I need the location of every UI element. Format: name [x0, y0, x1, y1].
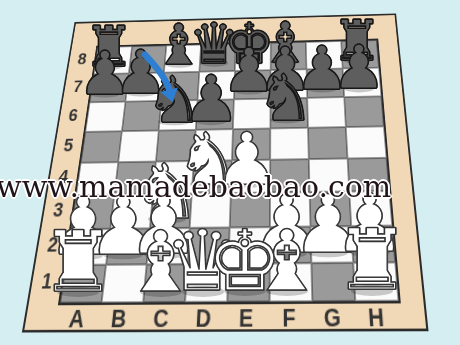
rank-label-5: 5: [56, 135, 80, 157]
piece-white-rook-h1[interactable]: ♜: [335, 219, 410, 303]
rank-label-6: 6: [61, 105, 85, 126]
scene: 87654321ABCDEFGH ♜♝♛♚♝♜♟♟♟♟♟♟♞♟♞♞♟♞♟♟♟♟♟…: [0, 0, 460, 345]
square-h5[interactable]: [346, 126, 387, 158]
piece-black-pawn-h7[interactable]: ♟: [332, 38, 386, 98]
piece-white-rook-a1[interactable]: ♜: [40, 220, 115, 304]
square-a5[interactable]: [81, 131, 122, 163]
square-g5[interactable]: [308, 127, 348, 159]
piece-white-bishop-f1[interactable]: ♝: [249, 219, 324, 303]
